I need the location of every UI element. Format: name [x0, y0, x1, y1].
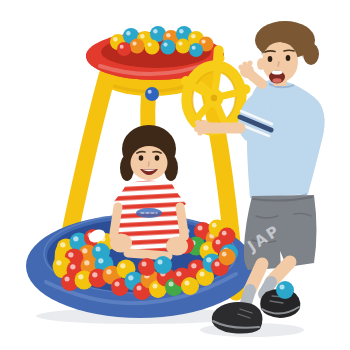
ball-highlight — [84, 260, 89, 265]
ball-highlight — [153, 284, 158, 289]
ball-highlight — [206, 257, 211, 262]
ball — [161, 40, 176, 55]
ball-highlight — [158, 260, 163, 265]
product-photo-illustration: JAP — [0, 0, 350, 350]
standing-boy-finger — [197, 130, 202, 135]
standing-boy-shoe-front — [212, 302, 263, 334]
ball-highlight — [163, 42, 167, 46]
ball-highlight — [166, 33, 170, 37]
floor-ball — [276, 281, 294, 299]
ball-highlight — [106, 269, 111, 274]
ball-highlight — [68, 252, 73, 257]
ball — [189, 43, 203, 57]
ball-highlight — [192, 46, 196, 50]
ball-highlight — [178, 41, 182, 45]
ball — [219, 228, 236, 245]
ball — [145, 40, 160, 55]
ball — [138, 258, 156, 276]
ball-highlight — [140, 34, 144, 38]
ball-highlight — [222, 252, 227, 257]
ball — [176, 39, 191, 54]
sitting-child-eye — [139, 155, 144, 160]
sitting-child-arm — [114, 207, 118, 233]
ball-highlight — [98, 258, 103, 263]
sitting-child-shin — [128, 253, 168, 256]
standing-boy-eye — [286, 55, 291, 61]
standing-boy-sock — [246, 290, 250, 303]
ball-highlight — [169, 282, 174, 287]
ball — [181, 277, 199, 295]
ball-highlight — [65, 277, 70, 282]
ball-highlight — [142, 262, 147, 267]
ball-highlight — [222, 231, 227, 236]
standing-boy-tongue — [273, 78, 282, 83]
standing-boy-finger — [247, 60, 252, 65]
ball-highlight — [113, 37, 117, 41]
ball-highlight — [176, 271, 181, 276]
ball-highlight — [73, 236, 78, 241]
ball-highlight — [78, 274, 83, 279]
ball — [154, 256, 172, 274]
ball-highlight — [179, 29, 183, 33]
ball — [219, 249, 236, 266]
ball-highlight — [60, 242, 65, 247]
ball — [130, 39, 145, 54]
standing-boy-eye — [268, 56, 273, 62]
ball-highlight — [185, 281, 190, 286]
ball-highlight — [203, 245, 208, 250]
ball-highlight — [120, 263, 125, 268]
ball-highlight — [92, 272, 97, 277]
ball-highlight — [132, 41, 136, 45]
ball — [145, 87, 159, 101]
ball-highlight — [215, 262, 220, 267]
sitting-child-nose — [149, 162, 150, 166]
ball-highlight — [191, 263, 196, 268]
ball-highlight — [280, 285, 285, 290]
ball — [276, 281, 294, 299]
ball-highlight — [115, 282, 120, 287]
ball-highlight — [82, 248, 87, 253]
standing-boy-finger — [195, 120, 201, 126]
product-photo: JAP — [0, 0, 350, 350]
ball-highlight — [212, 223, 217, 228]
standing-boy-teeth — [272, 71, 283, 75]
ball-highlight — [201, 39, 205, 43]
ball-highlight — [128, 275, 133, 280]
sitting-child-arm — [180, 207, 184, 233]
ball-highlight — [70, 264, 75, 269]
standing-boy-eyebrow — [284, 50, 294, 51]
standing-boy-hair-side — [303, 43, 319, 65]
standing-boy-finger — [242, 61, 247, 66]
standing-boy-nose — [278, 62, 279, 66]
ball-highlight — [200, 272, 205, 277]
ball-highlight — [126, 31, 130, 35]
standing-boy-ear — [257, 58, 265, 70]
ball-highlight — [153, 29, 157, 33]
ball-highlight — [198, 226, 203, 231]
ball-highlight — [96, 247, 101, 252]
ball-highlight — [191, 34, 195, 38]
sitting-child — [87, 125, 189, 256]
ball-highlight — [120, 45, 124, 49]
sitting-child-eye — [155, 155, 160, 160]
ball-highlight — [147, 42, 151, 46]
ball-highlight — [148, 90, 152, 94]
ball-highlight — [137, 286, 142, 291]
ball-highlight — [56, 260, 61, 265]
under-ring-ball — [145, 87, 159, 101]
ball — [117, 42, 131, 56]
